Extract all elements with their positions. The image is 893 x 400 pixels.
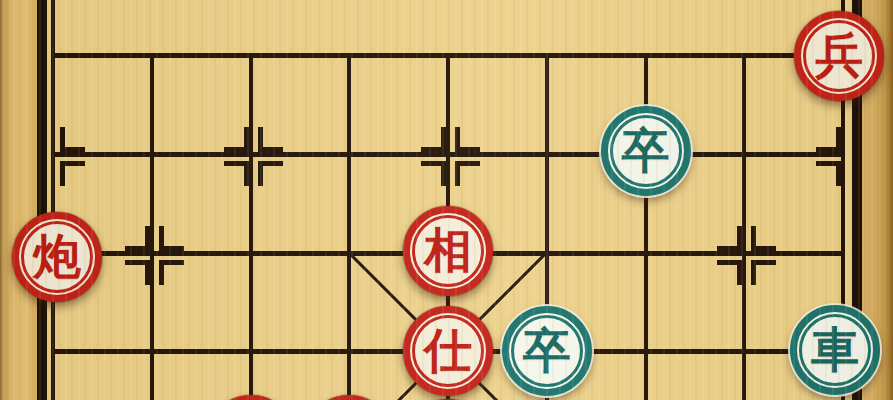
piece-glyph-e2: 相 xyxy=(424,226,472,274)
piece-red-partial-d0[interactable] xyxy=(304,395,394,400)
point-marker-b2 xyxy=(159,260,184,285)
piece-red-advisor-e1[interactable]: 仕 xyxy=(403,306,493,396)
piece-glyph-g3: 卒 xyxy=(622,126,670,174)
grid-line-file-h xyxy=(742,53,746,400)
point-marker-e3 xyxy=(421,127,446,152)
grid-line-file-d xyxy=(347,53,351,400)
grid-line-rank-4 xyxy=(51,53,845,58)
point-marker-e3 xyxy=(421,161,446,186)
point-marker-c3 xyxy=(258,161,283,186)
point-marker-c3 xyxy=(224,127,249,152)
grid-line-file-c xyxy=(249,53,253,400)
point-marker-b2 xyxy=(159,226,184,251)
point-marker-i3 xyxy=(816,161,841,186)
grid-line-file-b xyxy=(150,53,154,400)
piece-black-soldier-f1[interactable]: 卒 xyxy=(502,306,592,396)
piece-red-partial-c0[interactable] xyxy=(206,395,296,400)
point-marker-e3 xyxy=(455,161,480,186)
point-marker-h2 xyxy=(751,226,776,251)
grid-line-file-a xyxy=(51,0,55,400)
piece-black-chariot-i1[interactable]: 車 xyxy=(790,305,880,395)
point-marker-c3 xyxy=(224,161,249,186)
point-marker-h2 xyxy=(717,226,742,251)
xiangqi-board[interactable]: 兵卒炮相仕卒車 xyxy=(0,0,893,400)
piece-glyph-a2: 炮 xyxy=(33,232,81,280)
point-marker-c3 xyxy=(258,127,283,152)
piece-red-soldier-i4[interactable]: 兵 xyxy=(794,11,884,101)
piece-glyph-i1: 車 xyxy=(811,325,859,373)
point-marker-b2 xyxy=(125,260,150,285)
point-marker-h2 xyxy=(717,260,742,285)
point-marker-a3 xyxy=(60,161,85,186)
grid-line-rank-3 xyxy=(51,152,845,157)
piece-red-cannon-a2[interactable]: 炮 xyxy=(12,212,102,302)
point-marker-h2 xyxy=(751,260,776,285)
board-outer-border-left xyxy=(37,0,47,400)
piece-glyph-i4: 兵 xyxy=(815,31,863,79)
point-marker-a3 xyxy=(60,127,85,152)
point-marker-i3 xyxy=(816,127,841,152)
point-marker-b2 xyxy=(125,226,150,251)
piece-black-soldier-g3[interactable]: 卒 xyxy=(601,106,691,196)
piece-red-elephant-e2[interactable]: 相 xyxy=(403,206,493,296)
piece-glyph-f1: 卒 xyxy=(523,326,571,374)
point-marker-e3 xyxy=(455,127,480,152)
piece-glyph-e1: 仕 xyxy=(424,326,472,374)
board-margin-left xyxy=(0,0,37,400)
